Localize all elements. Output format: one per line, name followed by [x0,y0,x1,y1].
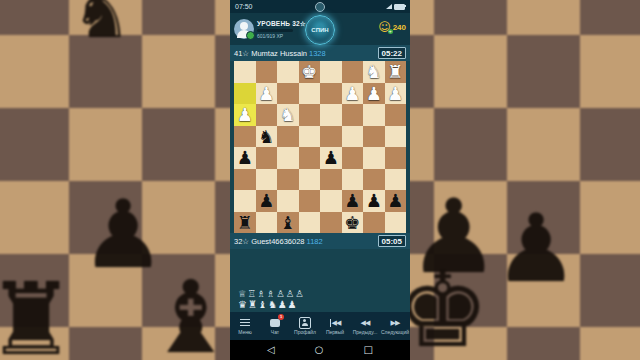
opponent-bar: 41☆ Mumtaz Hussain 1328 05:22 [230,45,410,61]
panel-spacer [230,249,410,288]
next-move-icon: ▶▶ [391,319,400,327]
black-P-piece-d5: ♟ [323,147,339,169]
player-clock: 05:05 [378,235,406,247]
bg-pawn-right2-icon: ♟ [494,202,578,296]
chat-badge: 1 [278,314,284,320]
square-h5[interactable]: ♟ [234,147,256,169]
square-c7[interactable]: ♟ [342,190,364,212]
square-h3[interactable]: ♟ [234,104,256,126]
smiley-coin-icon: ☺+ [378,21,391,33]
square-g8[interactable] [256,212,278,234]
captured-wQ-icon: ♕ [238,288,247,299]
white-P-piece-c2: ♟ [344,83,360,105]
captured-white-pieces: ♕♖♗♗♙♙♙ [238,288,410,299]
spin-wheel-button[interactable]: СПИН [305,15,335,45]
black-P-piece-c7: ♟ [344,190,360,212]
player-name: 32☆ Guest46636028 [234,237,305,246]
square-h1[interactable] [234,61,256,83]
level-label: УРОВЕНЬ 32☆ [257,20,306,28]
square-f8[interactable]: ♝ [277,212,299,234]
first-move-icon: ◀◀ [330,319,341,327]
square-e4[interactable] [299,126,321,148]
chess-board: ♚♞♜♟♟♟♟♟♞♞♟♟♟♟♟♟♜♝♚ [234,61,406,233]
captured-pieces-tray: ♕♖♗♗♙♙♙ ♛♜♝♞♟♟ [230,288,410,312]
captured-wB-icon: ♗ [267,288,276,299]
coin-count: 240 [393,23,406,32]
previous-move-icon: ◀◀ [361,319,370,327]
square-c2[interactable]: ♟ [342,83,364,105]
captured-wP-icon: ♙ [286,288,295,299]
app-header: УРОВЕНЬ 32☆ 601/919 XP СПИН ☺+ 240 [230,13,410,45]
android-home-button[interactable]: ○ [315,345,324,355]
square-a6[interactable] [385,169,407,191]
square-d4[interactable] [320,126,342,148]
square-f6[interactable] [277,169,299,191]
bottom-nav-bar: Меню 1 Чат Профайл ◀◀ Первый ◀◀ Предыду.… [230,312,410,340]
square-c8[interactable]: ♚ [342,212,364,234]
avatar[interactable] [234,19,254,39]
white-P-piece-a2: ♟ [387,83,403,105]
nav-first-move-button[interactable]: ◀◀ Первый [320,312,350,340]
white-P-piece-h3: ♟ [237,104,253,126]
captured-bQ-icon: ♛ [238,299,247,310]
captured-wP-icon: ♙ [295,288,304,299]
square-g6[interactable] [256,169,278,191]
square-e5[interactable] [299,147,321,169]
opponent-rating: 1328 [309,49,326,58]
square-a3[interactable] [385,104,407,126]
square-g3[interactable] [256,104,278,126]
captured-bP-icon: ♟ [278,299,287,310]
opponent-name: 41☆ Mumtaz Hussain [234,49,307,58]
captured-wR-icon: ♖ [248,288,257,299]
white-N-piece-b1: ♞ [366,61,382,83]
captured-bP-icon: ♟ [288,299,297,310]
captured-wP-icon: ♙ [276,288,285,299]
opponent-clock: 05:22 [378,47,406,59]
coin-balance[interactable]: ☺+ 240 [378,21,406,33]
square-e1[interactable]: ♚ [299,61,321,83]
square-f2[interactable] [277,83,299,105]
nav-chat-button[interactable]: 1 Чат [260,312,290,340]
battery-icon [394,4,405,10]
square-d1[interactable] [320,61,342,83]
android-back-button[interactable]: ◁ [267,345,275,355]
bg-rook-icon: ♜ [0,270,76,360]
chess-app-screen: 07:50 УРОВЕНЬ 32☆ 601/919 XP СПИН ☺+ 240… [230,0,410,360]
white-N-piece-f3: ♞ [280,104,296,126]
black-P-piece-h5: ♟ [237,147,253,169]
square-a5[interactable] [385,147,407,169]
square-g2[interactable]: ♟ [256,83,278,105]
captured-black-pieces: ♛♜♝♞♟♟ [238,299,410,310]
square-e8[interactable] [299,212,321,234]
square-d6[interactable] [320,169,342,191]
square-c1[interactable] [342,61,364,83]
white-P-piece-g2: ♟ [258,83,274,105]
square-c3[interactable] [342,104,364,126]
square-b4[interactable] [363,126,385,148]
square-b5[interactable] [363,147,385,169]
profile-icon [299,317,311,329]
square-h4[interactable] [234,126,256,148]
status-time: 07:50 [235,3,253,10]
bg-bishop-icon: ♝ [146,268,236,360]
chat-icon [270,319,280,327]
square-g5[interactable] [256,147,278,169]
square-b1[interactable]: ♞ [363,61,385,83]
nav-profile-button[interactable]: Профайл [290,312,320,340]
square-d5[interactable]: ♟ [320,147,342,169]
square-f3[interactable]: ♞ [277,104,299,126]
white-P-piece-b2: ♟ [366,83,382,105]
android-nav-bar: ◁ ○ □ [230,340,410,360]
square-a2[interactable]: ♟ [385,83,407,105]
square-g4[interactable]: ♞ [256,126,278,148]
black-B-piece-f8: ♝ [280,212,296,234]
xp-progress-bar [257,29,293,32]
square-e3[interactable] [299,104,321,126]
square-h2[interactable] [234,83,256,105]
xp-value: 601/919 XP [257,33,306,39]
square-h7[interactable] [234,190,256,212]
square-d2[interactable] [320,83,342,105]
captured-bB-icon: ♝ [258,299,267,310]
bg-knight-icon: ♞ [72,0,131,48]
square-f7[interactable] [277,190,299,212]
status-bar: 07:50 [230,0,410,13]
square-b8[interactable] [363,212,385,234]
square-a7[interactable]: ♟ [385,190,407,212]
white-R-piece-a1: ♜ [387,61,403,83]
square-d3[interactable] [320,104,342,126]
square-d7[interactable] [320,190,342,212]
square-a1[interactable]: ♜ [385,61,407,83]
square-b3[interactable] [363,104,385,126]
square-f4[interactable] [277,126,299,148]
square-g7[interactable]: ♟ [256,190,278,212]
menu-icon [240,319,250,327]
square-h6[interactable] [234,169,256,191]
android-recents-button[interactable]: □ [363,345,372,355]
square-b7[interactable]: ♟ [363,190,385,212]
nav-previous-move-button[interactable]: ◀◀ Предыду... [350,312,380,340]
square-c6[interactable] [342,169,364,191]
square-h8[interactable]: ♜ [234,212,256,234]
black-P-piece-g7: ♟ [258,190,274,212]
avatar-status-badge [246,31,255,40]
square-c5[interactable] [342,147,364,169]
square-c4[interactable] [342,126,364,148]
square-d8[interactable] [320,212,342,234]
signal-icon [386,4,392,9]
player-bar: 32☆ Guest46636028 1182 05:05 [230,233,410,249]
square-e7[interactable] [299,190,321,212]
black-R-piece-h8: ♜ [237,212,253,234]
notification-icon [315,2,325,12]
avatar-person-icon [240,22,248,30]
square-g1[interactable] [256,61,278,83]
nav-menu-button[interactable]: Меню [230,312,260,340]
black-K-piece-c8: ♚ [344,212,360,234]
square-f5[interactable] [277,147,299,169]
square-b2[interactable]: ♟ [363,83,385,105]
square-e2[interactable] [299,83,321,105]
nav-next-move-button[interactable]: ▶▶ Следующий [380,312,410,340]
black-P-piece-b7: ♟ [366,190,382,212]
square-f1[interactable] [277,61,299,83]
captured-bN-icon: ♞ [268,299,277,310]
white-K-piece-e1: ♚ [301,61,317,83]
square-e6[interactable] [299,169,321,191]
captured-wB-icon: ♗ [257,288,266,299]
square-b6[interactable] [363,169,385,191]
player-rating: 1182 [307,237,323,246]
black-P-piece-a7: ♟ [387,190,403,212]
black-N-piece-g4: ♞ [258,126,274,148]
captured-bR-icon: ♜ [248,299,257,310]
square-a4[interactable] [385,126,407,148]
square-a8[interactable] [385,212,407,234]
